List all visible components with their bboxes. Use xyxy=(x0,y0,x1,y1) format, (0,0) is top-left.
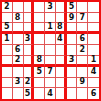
cell-r8c4[interactable] xyxy=(34,78,45,89)
cell-r4c5[interactable] xyxy=(45,34,56,45)
cell-r1c1[interactable]: 2 xyxy=(2,2,13,13)
cell-r5c3[interactable] xyxy=(24,45,35,56)
cell-r1c3[interactable] xyxy=(24,2,35,13)
cell-r6c5[interactable] xyxy=(45,56,56,67)
cell-r9c9[interactable]: 6 xyxy=(88,88,99,99)
cell-r6c1[interactable] xyxy=(2,56,13,67)
cell-r3c5[interactable]: 1 xyxy=(45,23,56,34)
cell-r8c1[interactable] xyxy=(2,78,13,89)
cell-r1c4[interactable] xyxy=(34,2,45,13)
cell-r6c9[interactable]: 1 xyxy=(88,56,99,67)
cell-r9c6[interactable] xyxy=(56,88,67,99)
cell-r2c8[interactable]: 7 xyxy=(77,13,88,24)
cell-r2c9[interactable] xyxy=(88,13,99,24)
cell-r4c6[interactable]: 4 xyxy=(56,34,67,45)
sudoku-board: 2358975181346622831574329546 xyxy=(0,0,101,101)
cell-r7c8[interactable] xyxy=(77,67,88,78)
cell-r1c6[interactable] xyxy=(56,2,67,13)
cell-r7c6[interactable] xyxy=(56,67,67,78)
cell-r3c9[interactable] xyxy=(88,23,99,34)
cell-r8c6[interactable] xyxy=(56,78,67,89)
cell-r3c7[interactable] xyxy=(67,23,78,34)
cell-r5c8[interactable]: 2 xyxy=(77,45,88,56)
cell-r7c3[interactable] xyxy=(24,67,35,78)
cell-r6c6[interactable] xyxy=(56,56,67,67)
cell-r3c2[interactable] xyxy=(13,23,24,34)
cell-r4c3[interactable]: 3 xyxy=(24,34,35,45)
cell-r9c4[interactable] xyxy=(34,88,45,99)
cell-r1c7[interactable]: 5 xyxy=(67,2,78,13)
cell-r4c8[interactable]: 6 xyxy=(77,34,88,45)
cell-r3c4[interactable] xyxy=(34,23,45,34)
cell-r9c3[interactable]: 5 xyxy=(24,88,35,99)
cell-r1c9[interactable] xyxy=(88,2,99,13)
cell-r8c5[interactable] xyxy=(45,78,56,89)
cell-r9c7[interactable] xyxy=(67,88,78,99)
cell-r8c7[interactable] xyxy=(67,78,78,89)
cell-r4c9[interactable] xyxy=(88,34,99,45)
cell-r7c2[interactable] xyxy=(13,67,24,78)
cell-r3c8[interactable] xyxy=(77,23,88,34)
cell-r6c3[interactable] xyxy=(24,56,35,67)
cell-r4c7[interactable] xyxy=(67,34,78,45)
cell-r8c2[interactable]: 3 xyxy=(13,78,24,89)
cell-r5c1[interactable] xyxy=(2,45,13,56)
cell-r3c6[interactable]: 8 xyxy=(56,23,67,34)
cell-r8c3[interactable]: 2 xyxy=(24,78,35,89)
cell-r5c6[interactable] xyxy=(56,45,67,56)
cell-r6c4[interactable]: 8 xyxy=(34,56,45,67)
cell-r6c7[interactable]: 3 xyxy=(67,56,78,67)
cell-r5c5[interactable] xyxy=(45,45,56,56)
cell-r3c3[interactable] xyxy=(24,23,35,34)
cell-r7c1[interactable] xyxy=(2,67,13,78)
cell-r2c3[interactable] xyxy=(24,13,35,24)
cell-r8c9[interactable] xyxy=(88,78,99,89)
cell-r1c5[interactable]: 3 xyxy=(45,2,56,13)
cell-r7c4[interactable]: 5 xyxy=(34,67,45,78)
cell-r7c7[interactable] xyxy=(67,67,78,78)
cell-r2c4[interactable] xyxy=(34,13,45,24)
cell-r9c1[interactable] xyxy=(2,88,13,99)
cell-r9c2[interactable] xyxy=(13,88,24,99)
cell-r2c7[interactable]: 9 xyxy=(67,13,78,24)
cell-r1c8[interactable] xyxy=(77,2,88,13)
cell-r3c1[interactable]: 5 xyxy=(2,23,13,34)
cell-r4c1[interactable]: 1 xyxy=(2,34,13,45)
cell-r9c5[interactable]: 4 xyxy=(45,88,56,99)
cell-r9c8[interactable] xyxy=(77,88,88,99)
cell-r7c9[interactable]: 4 xyxy=(88,67,99,78)
cell-r1c2[interactable] xyxy=(13,2,24,13)
cell-r2c2[interactable]: 8 xyxy=(13,13,24,24)
cell-r8c8[interactable]: 9 xyxy=(77,78,88,89)
cell-r4c2[interactable] xyxy=(13,34,24,45)
cell-r6c8[interactable] xyxy=(77,56,88,67)
cell-r6c2[interactable]: 2 xyxy=(13,56,24,67)
cell-r7c5[interactable]: 7 xyxy=(45,67,56,78)
cell-r4c4[interactable] xyxy=(34,34,45,45)
